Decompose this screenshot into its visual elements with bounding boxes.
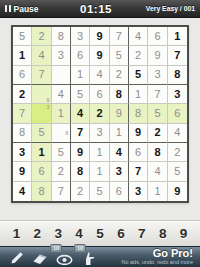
hint-hand-badge: 10 [74,244,86,253]
cell-r8c3[interactable]: 2 [52,162,71,181]
cell-r7c3[interactable]: 5 [52,143,71,162]
cell-r5c9[interactable]: 6 [168,104,187,123]
pencil-mark: 3 [46,106,50,110]
cell-r8c9[interactable]: 5 [168,162,187,181]
cell-r4c2[interactable]: 9 [32,85,51,104]
pointing-hand-icon [81,251,95,266]
cell-r2c5[interactable]: 9 [90,46,109,65]
cell-r2c8[interactable]: 9 [148,46,167,65]
go-pro-button[interactable]: Go Pro! No ads, undo, redo and more [121,248,196,265]
cell-r8c5[interactable]: 1 [90,162,109,181]
cell-r5c5[interactable]: 2 [90,104,109,123]
eraser-icon [32,252,48,266]
cell-r9c9[interactable]: 9 [168,182,187,201]
cell-r8c7[interactable]: 7 [129,162,148,181]
cell-r2c6[interactable]: 5 [110,46,129,65]
cell-r3c5[interactable]: 4 [90,66,109,85]
cell-r4c8[interactable]: 7 [148,85,167,104]
pencil-tool-button[interactable] [4,248,28,266]
cell-r5c2[interactable]: 3 [32,104,51,123]
pad-key-1[interactable]: 1 [6,226,27,241]
cell-r7c2[interactable]: 1 [32,143,51,162]
cell-r4c7[interactable]: 1 [129,85,148,104]
cell-r4c9[interactable]: 3 [168,85,187,104]
cell-r8c8[interactable]: 4 [148,162,167,181]
cell-r2c2[interactable]: 4 [32,46,51,65]
cell-r5c1[interactable]: 7 [13,104,32,123]
eye-icon [56,253,73,266]
cell-r8c1[interactable]: 9 [13,162,32,181]
cell-r2c1[interactable]: 1 [13,46,32,65]
cell-r9c4[interactable]: 2 [71,182,90,201]
difficulty-level: Very Easy / 001 [129,5,195,12]
cell-r2c7[interactable]: 2 [129,46,148,65]
cell-r7c9[interactable]: 2 [168,143,187,162]
cell-r9c7[interactable]: 3 [129,182,148,201]
cell-r5c6[interactable]: 9 [110,104,129,123]
cell-r1c9[interactable]: 1 [168,27,187,46]
pause-button[interactable]: Pause [5,4,63,14]
cell-r4c4[interactable]: 5 [71,85,90,104]
cell-r7c1[interactable]: 3 [13,143,32,162]
cell-r6c5[interactable]: 3 [90,124,109,143]
reveal-hint-badge: 10 [50,244,62,253]
cell-r4c3[interactable]: 4 [52,85,71,104]
reveal-hint-button[interactable]: 10 [52,248,76,266]
pad-key-6[interactable]: 6 [110,226,131,241]
cell-r6c9[interactable]: 4 [168,124,187,143]
cell-r1c6[interactable]: 7 [110,27,129,46]
cell-r6c2[interactable]: 5 [32,124,51,143]
cell-r4c6[interactable]: 8 [110,85,129,104]
cell-r1c7[interactable]: 4 [129,27,148,46]
eraser-tool-button[interactable] [28,248,52,266]
cell-r2c3[interactable]: 3 [52,46,71,65]
cell-r7c7[interactable]: 6 [129,143,148,162]
pad-key-9[interactable]: 9 [173,226,194,241]
cell-r4c5[interactable]: 6 [90,85,109,104]
pencil-icon [9,251,24,266]
pause-label: Pause [14,4,39,14]
cell-r5c7[interactable]: 8 [129,104,148,123]
cell-r3c8[interactable]: 3 [148,66,167,85]
cell-r1c2[interactable]: 2 [32,27,51,46]
cell-r3c2[interactable]: 7 [32,66,51,85]
cell-r8c2[interactable]: 6 [32,162,51,181]
bottom-toolbar: 10 10 Go Pro! No ads, undo, redo and mor… [0,246,200,267]
cell-r1c3[interactable]: 8 [52,27,71,46]
cell-r3c3[interactable] [52,66,71,85]
cell-r7c5[interactable]: 1 [90,143,109,162]
cell-r9c2[interactable]: 8 [32,182,51,201]
pad-key-7[interactable]: 7 [131,226,152,241]
cell-r8c6[interactable]: 3 [110,162,129,181]
cell-r5c3[interactable]: 1 [52,104,71,123]
sudoku-grid: 5283974611436952976714253829456817373142… [11,25,189,203]
pause-icon [5,5,11,12]
cell-r9c3[interactable]: 7 [52,182,71,201]
top-bar: Pause 01:15 Very Easy / 001 [0,0,200,18]
cell-r9c6[interactable]: 6 [110,182,129,201]
pencil-mark: 9 [46,98,50,102]
cell-r5c8[interactable]: 5 [148,104,167,123]
cell-r3c4[interactable]: 1 [71,66,90,85]
cell-r3c9[interactable]: 8 [168,66,187,85]
cell-r9c8[interactable]: 1 [148,182,167,201]
cell-r1c5[interactable]: 9 [90,27,109,46]
cell-r7c8[interactable]: 8 [148,143,167,162]
cell-r6c4[interactable]: 7 [71,124,90,143]
cell-r7c6[interactable]: 4 [110,143,129,162]
cell-r1c1[interactable]: 5 [13,27,32,46]
cell-r5c4[interactable]: 4 [71,104,90,123]
cell-r3c1[interactable]: 6 [13,66,32,85]
pencil-mark: 6 [65,131,69,135]
pad-key-3[interactable]: 3 [48,226,69,241]
pad-key-2[interactable]: 2 [27,226,48,241]
go-pro-subtitle: No ads, undo, redo and more [121,260,193,266]
cell-r9c5[interactable]: 5 [90,182,109,201]
cell-r2c9[interactable]: 7 [168,46,187,65]
pad-key-5[interactable]: 5 [90,226,111,241]
cell-r6c3[interactable]: 6 [52,124,71,143]
cell-r2c4[interactable]: 6 [71,46,90,65]
cell-r6c1[interactable]: 8 [13,124,32,143]
timer: 01:15 [63,3,129,15]
cell-r1c8[interactable]: 6 [148,27,167,46]
pad-key-4[interactable]: 4 [69,226,90,241]
cell-r4c1[interactable]: 2 [13,85,32,104]
cell-r3c7[interactable]: 5 [129,66,148,85]
cell-r6c7[interactable]: 9 [129,124,148,143]
cell-r8c4[interactable]: 8 [71,162,90,181]
cell-r6c6[interactable]: 1 [110,124,129,143]
cell-r1c4[interactable]: 3 [71,27,90,46]
cell-r3c6[interactable]: 2 [110,66,129,85]
cell-r6c8[interactable]: 2 [148,124,167,143]
hint-hand-button[interactable]: 10 [76,248,100,266]
board-area: 5283974611436952976714253829456817373142… [0,18,200,220]
cell-r7c4[interactable]: 9 [71,143,90,162]
pad-key-8[interactable]: 8 [152,226,173,241]
number-pad: 123456789 [0,220,200,246]
cell-r9c1[interactable]: 4 [13,182,32,201]
